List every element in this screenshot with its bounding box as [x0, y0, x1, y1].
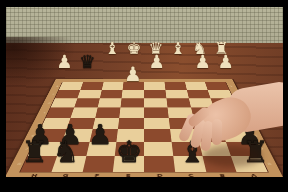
square-d2	[144, 90, 166, 98]
square-f3	[97, 98, 121, 107]
rank-label-1: 1	[228, 85, 235, 87]
square-e2	[122, 90, 144, 98]
square-f2	[99, 90, 122, 98]
piece-white-pawn-b2: ♟	[195, 53, 211, 71]
square-d1	[144, 82, 165, 90]
square-f1	[101, 82, 123, 90]
piece-black-king-e8: ♚	[116, 137, 143, 167]
letterbox-bar-bottom	[0, 177, 288, 192]
piece-black-rook-h8: ♜	[21, 137, 48, 167]
piece-white-pawn-a2: ♟	[218, 53, 234, 71]
square-d5	[144, 118, 170, 129]
pinky-finger	[212, 119, 222, 145]
letterbox-bar-left	[0, 0, 6, 192]
square-e3	[121, 98, 144, 107]
rank-label-2: 2	[50, 93, 58, 95]
square-b1	[185, 82, 208, 90]
square-g2	[77, 90, 101, 98]
piece-white-pawn-e3: ♟	[124, 65, 142, 85]
rank-label-3: 3	[45, 102, 53, 104]
square-c2	[165, 90, 188, 98]
square-f4	[95, 108, 121, 118]
square-g3	[74, 98, 100, 107]
square-e5	[118, 118, 144, 129]
square-g4	[70, 108, 97, 118]
square-f8	[82, 156, 115, 172]
letterbox-bar-right	[283, 0, 288, 192]
piece-black-knight-g8: ♞	[53, 137, 80, 167]
square-d3	[144, 98, 167, 107]
piece-white-bishop-c1: ♝	[170, 41, 185, 58]
square-d8	[144, 156, 175, 172]
piece-white-pawn-d2: ♟	[148, 53, 164, 71]
piece-black-queen-g2: ♛	[79, 53, 95, 71]
piece-white-bishop-f1: ♝	[105, 41, 120, 58]
piece-black-pawn-f7: ♟	[88, 121, 113, 149]
square-b2	[187, 90, 211, 98]
square-g1	[80, 82, 103, 90]
square-c1	[164, 82, 186, 90]
video-frame: HGFEDCBA1122334455667788 ♜♞♝♛♚♝♟♟♟♟♛♟♟♟♟…	[0, 0, 288, 192]
hand-shadow	[202, 145, 262, 167]
piece-white-king-e1: ♚	[127, 41, 142, 58]
rank-label-1: 1	[54, 85, 61, 87]
letterbox-bar-top	[0, 0, 288, 7]
piece-white-pawn-h2: ♟	[56, 53, 72, 71]
square-d4	[144, 108, 169, 118]
rank-label-4: 4	[40, 112, 49, 114]
square-a1	[205, 82, 229, 90]
square-d6	[144, 129, 171, 142]
square-d7	[144, 142, 173, 156]
photo-area: HGFEDCBA1122334455667788 ♜♞♝♛♚♝♟♟♟♟♛♟♟♟♟…	[6, 7, 283, 177]
square-e4	[119, 108, 144, 118]
square-c3	[166, 98, 190, 107]
